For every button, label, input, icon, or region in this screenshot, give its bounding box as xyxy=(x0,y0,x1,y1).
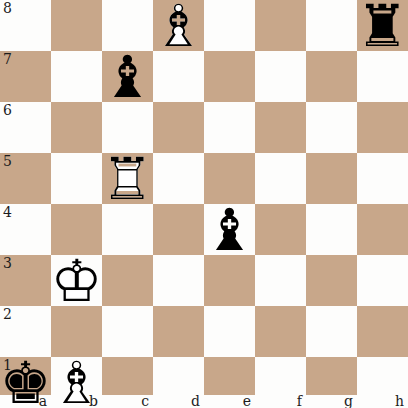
square-a8[interactable]: 8 xyxy=(0,0,51,51)
white-piece-outline: ♗ xyxy=(153,0,204,51)
square-a3[interactable]: 3 xyxy=(0,255,51,306)
square-d4[interactable] xyxy=(153,204,204,255)
file-label-g: g xyxy=(306,395,357,408)
square-g2[interactable] xyxy=(306,306,357,357)
rank-label-6: 6 xyxy=(3,103,12,117)
chess-board: 8♝♗♜7♝65♜♖4♝3♚♔21♚♝♗ xyxy=(0,0,408,408)
square-d2[interactable] xyxy=(153,306,204,357)
square-f8[interactable] xyxy=(255,0,306,51)
black-rook[interactable]: ♜ xyxy=(357,0,408,51)
square-a6[interactable]: 6 xyxy=(0,102,51,153)
black-bishop[interactable]: ♝ xyxy=(204,204,255,255)
square-d6[interactable] xyxy=(153,102,204,153)
chess-diagram: 8♝♗♜7♝65♜♖4♝3♚♔21♚♝♗ abcdefgh xyxy=(0,0,408,408)
square-b5[interactable] xyxy=(51,153,102,204)
square-b7[interactable] xyxy=(51,51,102,102)
square-f5[interactable] xyxy=(255,153,306,204)
square-h6[interactable] xyxy=(357,102,408,153)
white-piece-outline: ♖ xyxy=(102,153,153,204)
square-f4[interactable] xyxy=(255,204,306,255)
square-a1[interactable]: 1♚ xyxy=(0,357,51,408)
square-g7[interactable] xyxy=(306,51,357,102)
square-g5[interactable] xyxy=(306,153,357,204)
white-king[interactable]: ♚♔ xyxy=(51,255,102,306)
file-label-f: f xyxy=(255,395,306,408)
square-h5[interactable] xyxy=(357,153,408,204)
square-e6[interactable] xyxy=(204,102,255,153)
file-label-h: h xyxy=(357,395,408,408)
black-bishop[interactable]: ♝ xyxy=(102,51,153,102)
white-bishop[interactable]: ♝♗ xyxy=(51,357,102,408)
square-a5[interactable]: 5 xyxy=(0,153,51,204)
square-c7[interactable]: ♝ xyxy=(102,51,153,102)
square-f2[interactable] xyxy=(255,306,306,357)
square-c2[interactable] xyxy=(102,306,153,357)
black-piece-glyph: ♝ xyxy=(204,204,255,255)
square-g6[interactable] xyxy=(306,102,357,153)
square-h4[interactable] xyxy=(357,204,408,255)
square-b3[interactable]: ♚♔ xyxy=(51,255,102,306)
square-h8[interactable]: ♜ xyxy=(357,0,408,51)
black-piece-glyph: ♚ xyxy=(0,357,51,408)
square-g8[interactable] xyxy=(306,0,357,51)
file-label-d: d xyxy=(153,395,204,408)
square-e7[interactable] xyxy=(204,51,255,102)
square-e4[interactable]: ♝ xyxy=(204,204,255,255)
white-rook[interactable]: ♜♖ xyxy=(102,153,153,204)
rank-label-5: 5 xyxy=(3,154,12,168)
white-piece-outline: ♗ xyxy=(51,357,102,408)
rank-label-7: 7 xyxy=(3,52,12,66)
white-bishop[interactable]: ♝♗ xyxy=(153,0,204,51)
square-e8[interactable] xyxy=(204,0,255,51)
black-piece-glyph: ♝ xyxy=(102,51,153,102)
rank-label-8: 8 xyxy=(3,1,12,15)
white-piece-outline: ♔ xyxy=(51,255,102,306)
rank-label-3: 3 xyxy=(3,256,12,270)
square-b1[interactable]: ♝♗ xyxy=(51,357,102,408)
square-h3[interactable] xyxy=(357,255,408,306)
rank-label-4: 4 xyxy=(3,205,12,219)
black-king[interactable]: ♚ xyxy=(0,357,51,408)
square-f3[interactable] xyxy=(255,255,306,306)
square-a7[interactable]: 7 xyxy=(0,51,51,102)
square-c5[interactable]: ♜♖ xyxy=(102,153,153,204)
file-label-e: e xyxy=(204,395,255,408)
square-d3[interactable] xyxy=(153,255,204,306)
square-g3[interactable] xyxy=(306,255,357,306)
square-d5[interactable] xyxy=(153,153,204,204)
square-d8[interactable]: ♝♗ xyxy=(153,0,204,51)
rank-label-2: 2 xyxy=(3,307,12,321)
square-a4[interactable]: 4 xyxy=(0,204,51,255)
square-b8[interactable] xyxy=(51,0,102,51)
square-g4[interactable] xyxy=(306,204,357,255)
square-f7[interactable] xyxy=(255,51,306,102)
square-f6[interactable] xyxy=(255,102,306,153)
black-piece-glyph: ♜ xyxy=(357,0,408,51)
square-h2[interactable] xyxy=(357,306,408,357)
square-e2[interactable] xyxy=(204,306,255,357)
file-label-c: c xyxy=(102,395,153,408)
square-b6[interactable] xyxy=(51,102,102,153)
square-c3[interactable] xyxy=(102,255,153,306)
